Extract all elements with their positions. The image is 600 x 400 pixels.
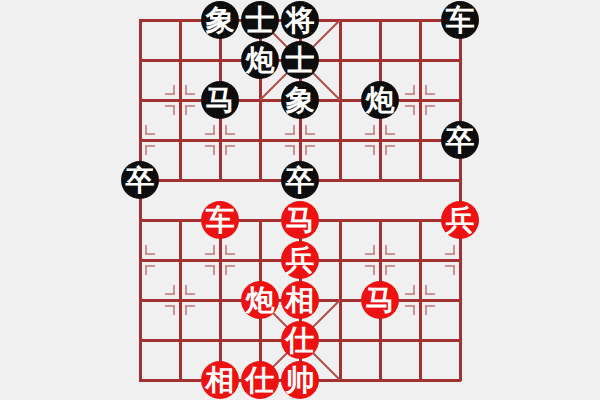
grid-line: [419, 19, 422, 181]
piece-red-horse[interactable]: 马: [281, 201, 319, 239]
point-marker: [205, 145, 215, 155]
point-marker: [145, 145, 155, 155]
point-marker: [225, 245, 235, 255]
piece-red-cannon[interactable]: 炮: [241, 281, 279, 319]
point-marker: [185, 85, 195, 95]
piece-black-general[interactable]: 将: [281, 1, 319, 39]
point-marker: [385, 245, 395, 255]
point-marker: [165, 305, 175, 315]
piece-black-advisor[interactable]: 士: [241, 1, 279, 39]
piece-red-soldier[interactable]: 兵: [281, 241, 319, 279]
point-marker: [165, 85, 175, 95]
point-marker: [425, 285, 435, 295]
piece-black-soldier[interactable]: 卒: [441, 121, 479, 159]
point-marker: [445, 265, 455, 275]
point-marker: [285, 125, 295, 135]
point-marker: [305, 125, 315, 135]
grid-line: [179, 19, 182, 181]
grid-line: [139, 19, 142, 381]
piece-red-elephant[interactable]: 相: [201, 361, 239, 399]
point-marker: [405, 105, 415, 115]
point-marker: [145, 125, 155, 135]
piece-black-elephant[interactable]: 象: [201, 1, 239, 39]
point-marker: [365, 125, 375, 135]
point-marker: [145, 245, 155, 255]
point-marker: [205, 265, 215, 275]
point-marker: [365, 265, 375, 275]
point-marker: [405, 305, 415, 315]
piece-black-cannon[interactable]: 炮: [361, 81, 399, 119]
app-background: 象士将车炮士马象炮卒卒卒车马兵兵炮相马仕相仕帅: [0, 0, 600, 400]
point-marker: [425, 105, 435, 115]
point-marker: [365, 245, 375, 255]
point-marker: [385, 145, 395, 155]
piece-red-horse[interactable]: 马: [361, 281, 399, 319]
grid-line: [219, 219, 222, 381]
point-marker: [185, 105, 195, 115]
piece-red-advisor[interactable]: 仕: [281, 321, 319, 359]
point-marker: [225, 145, 235, 155]
grid-line: [459, 19, 462, 381]
point-marker: [185, 285, 195, 295]
piece-black-advisor[interactable]: 士: [281, 41, 319, 79]
grid-line: [419, 219, 422, 381]
point-marker: [405, 85, 415, 95]
grid-line: [179, 219, 182, 381]
piece-black-chariot[interactable]: 车: [441, 1, 479, 39]
piece-black-elephant[interactable]: 象: [281, 81, 319, 119]
point-marker: [445, 245, 455, 255]
piece-red-soldier[interactable]: 兵: [441, 201, 479, 239]
piece-red-chariot[interactable]: 车: [201, 201, 239, 239]
point-marker: [225, 125, 235, 135]
piece-red-general[interactable]: 帅: [281, 361, 319, 399]
piece-red-advisor[interactable]: 仕: [241, 361, 279, 399]
point-marker: [285, 145, 295, 155]
piece-black-horse[interactable]: 马: [201, 81, 239, 119]
point-marker: [365, 145, 375, 155]
point-marker: [205, 125, 215, 135]
piece-black-soldier[interactable]: 卒: [121, 161, 159, 199]
grid-line: [339, 219, 342, 381]
point-marker: [385, 265, 395, 275]
point-marker: [425, 305, 435, 315]
point-marker: [165, 285, 175, 295]
piece-black-cannon[interactable]: 炮: [241, 41, 279, 79]
grid-line: [339, 19, 342, 181]
point-marker: [185, 305, 195, 315]
point-marker: [305, 145, 315, 155]
point-marker: [205, 245, 215, 255]
point-marker: [425, 85, 435, 95]
point-marker: [165, 105, 175, 115]
point-marker: [385, 125, 395, 135]
point-marker: [145, 265, 155, 275]
xiangqi-board[interactable]: 象士将车炮士马象炮卒卒卒车马兵兵炮相马仕相仕帅: [140, 20, 460, 380]
point-marker: [405, 285, 415, 295]
point-marker: [225, 265, 235, 275]
piece-black-soldier[interactable]: 卒: [281, 161, 319, 199]
piece-red-elephant[interactable]: 相: [281, 281, 319, 319]
